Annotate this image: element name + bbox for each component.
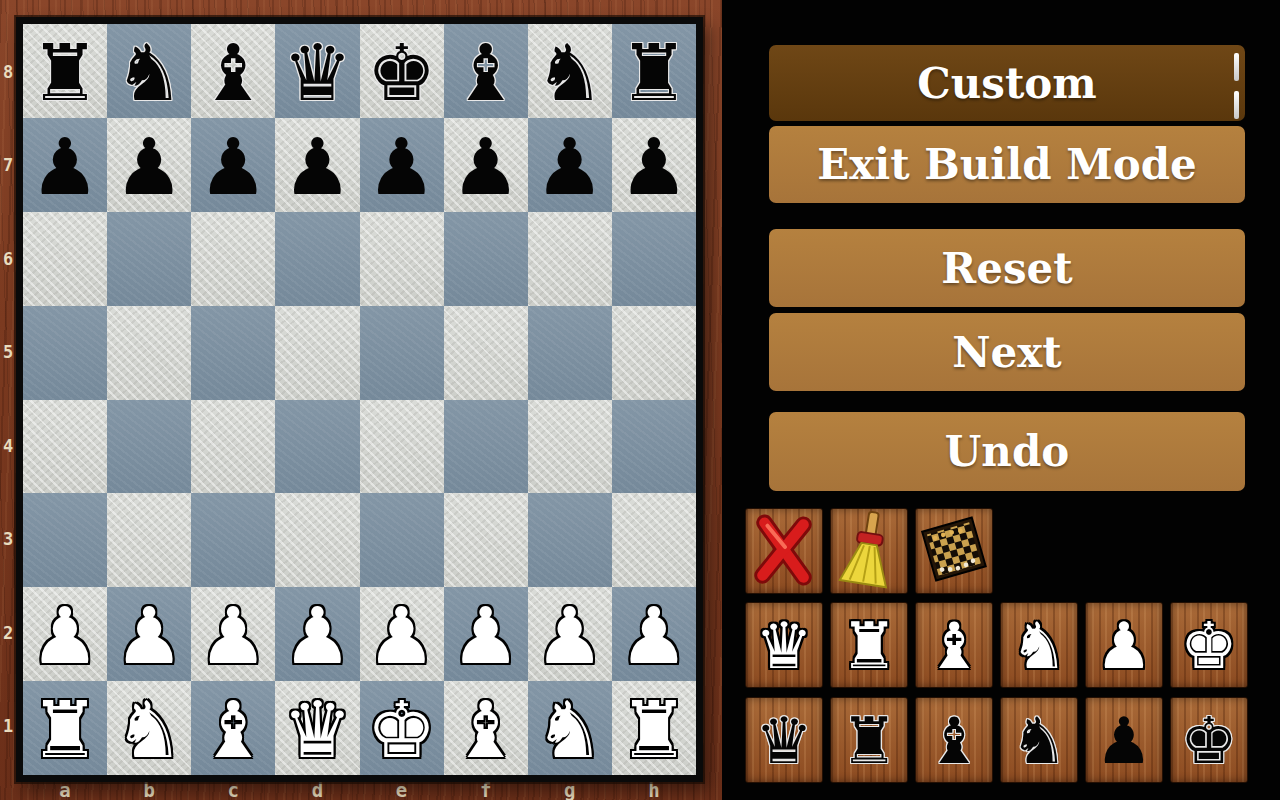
piece-black-pawn: ♟ <box>30 128 100 206</box>
square-e6[interactable] <box>360 212 444 306</box>
piece-black-queen: ♛ <box>282 34 352 112</box>
square-g6[interactable] <box>528 212 612 306</box>
palette-white-rook-button[interactable]: ♜ <box>830 602 908 688</box>
square-b1[interactable]: ♞ <box>107 681 191 775</box>
square-f8[interactable]: ♝ <box>444 24 528 118</box>
piece-black-knight: ♞ <box>114 34 184 112</box>
square-e7[interactable]: ♟ <box>360 118 444 212</box>
square-a5[interactable] <box>23 306 107 400</box>
wood-background: 87654321 abcdefgh ♜♞♝♛♚♝♞♜♟♟♟♟♟♟♟♟♟♟♟♟♟♟… <box>0 0 722 800</box>
piece-black-pawn: ♟ <box>198 128 268 206</box>
palette-black-rook-button[interactable]: ♜ <box>830 697 908 783</box>
delete-piece-tool-button[interactable] <box>745 508 823 594</box>
red-x-icon <box>746 508 822 594</box>
palette-white-king-button[interactable]: ♚ <box>1170 602 1248 688</box>
black-rook-icon: ♜ <box>840 709 897 773</box>
square-a6[interactable] <box>23 212 107 306</box>
piece-white-king: ♚ <box>367 691 437 769</box>
square-g8[interactable]: ♞ <box>528 24 612 118</box>
reset-button[interactable]: Reset <box>769 229 1245 307</box>
square-g1[interactable]: ♞ <box>528 681 612 775</box>
file-label-h: h <box>612 779 696 800</box>
exit-build-mode-label: Exit Build Mode <box>817 140 1197 189</box>
palette-black-queen-button[interactable]: ♛ <box>745 697 823 783</box>
tool-palette <box>745 508 993 594</box>
file-label-b: b <box>107 779 191 800</box>
reset-label: Reset <box>941 244 1072 293</box>
palette-black-king-button[interactable]: ♚ <box>1170 697 1248 783</box>
square-e8[interactable]: ♚ <box>360 24 444 118</box>
square-h5[interactable] <box>612 306 696 400</box>
palette-black-bishop-button[interactable]: ♝ <box>915 697 993 783</box>
square-d3[interactable] <box>275 493 359 587</box>
square-e5[interactable] <box>360 306 444 400</box>
piece-black-pawn: ♟ <box>282 128 352 206</box>
piece-black-rook: ♜ <box>30 34 100 112</box>
square-c2[interactable]: ♟ <box>191 587 275 681</box>
piece-white-pawn: ♟ <box>535 597 605 675</box>
file-label-d: d <box>275 779 359 800</box>
square-h7[interactable]: ♟ <box>612 118 696 212</box>
black-queen-icon: ♛ <box>755 709 812 773</box>
square-f1[interactable]: ♝ <box>444 681 528 775</box>
square-h6[interactable] <box>612 212 696 306</box>
next-button[interactable]: Next <box>769 313 1245 391</box>
square-d8[interactable]: ♛ <box>275 24 359 118</box>
piece-white-bishop: ♝ <box>451 691 521 769</box>
file-label-c: c <box>191 779 275 800</box>
square-a2[interactable]: ♟ <box>23 587 107 681</box>
square-b5[interactable] <box>107 306 191 400</box>
square-b4[interactable] <box>107 400 191 494</box>
square-e2[interactable]: ♟ <box>360 587 444 681</box>
custom-dropdown-label: Custom <box>917 59 1096 108</box>
square-h4[interactable] <box>612 400 696 494</box>
piece-black-rook: ♜ <box>619 34 689 112</box>
square-c3[interactable] <box>191 493 275 587</box>
piece-white-rook: ♜ <box>30 691 100 769</box>
piece-white-pawn: ♟ <box>114 597 184 675</box>
piece-white-pawn: ♟ <box>198 597 268 675</box>
square-g7[interactable]: ♟ <box>528 118 612 212</box>
piece-black-knight: ♞ <box>535 34 605 112</box>
black-bishop-icon: ♝ <box>925 709 982 773</box>
chess-board: ♜♞♝♛♚♝♞♜♟♟♟♟♟♟♟♟♟♟♟♟♟♟♟♟♜♞♝♛♚♝♞♜ <box>16 17 703 782</box>
undo-label: Undo <box>945 427 1070 476</box>
piece-white-pawn: ♟ <box>282 597 352 675</box>
piece-white-bishop: ♝ <box>198 691 268 769</box>
rank-label-2: 2 <box>0 586 16 680</box>
piece-white-knight: ♞ <box>114 691 184 769</box>
file-label-g: g <box>528 779 612 800</box>
rank-label-5: 5 <box>0 306 16 400</box>
square-e1[interactable]: ♚ <box>360 681 444 775</box>
piece-white-pawn: ♟ <box>451 597 521 675</box>
square-c8[interactable]: ♝ <box>191 24 275 118</box>
piece-black-bishop: ♝ <box>198 34 268 112</box>
square-c5[interactable] <box>191 306 275 400</box>
square-g4[interactable] <box>528 400 612 494</box>
square-d1[interactable]: ♛ <box>275 681 359 775</box>
piece-black-pawn: ♟ <box>367 128 437 206</box>
square-f4[interactable] <box>444 400 528 494</box>
custom-scrollbar-upper[interactable] <box>1234 53 1239 81</box>
square-a3[interactable] <box>23 493 107 587</box>
custom-dropdown[interactable]: Custom <box>769 45 1245 121</box>
broom-icon <box>831 508 907 594</box>
piece-white-knight: ♞ <box>535 691 605 769</box>
square-c6[interactable] <box>191 212 275 306</box>
square-g5[interactable] <box>528 306 612 400</box>
square-c7[interactable]: ♟ <box>191 118 275 212</box>
palette-white-pawn-button[interactable]: ♟ <box>1085 602 1163 688</box>
white-king-icon: ♚ <box>1180 614 1237 678</box>
rank-label-3: 3 <box>0 493 16 587</box>
square-c1[interactable]: ♝ <box>191 681 275 775</box>
square-d4[interactable] <box>275 400 359 494</box>
rank-label-4: 4 <box>0 399 16 493</box>
square-g3[interactable] <box>528 493 612 587</box>
piece-black-pawn: ♟ <box>451 128 521 206</box>
file-label-f: f <box>444 779 528 800</box>
rank-label-1: 1 <box>0 680 16 774</box>
square-h3[interactable] <box>612 493 696 587</box>
palette-white-bishop-button[interactable]: ♝ <box>915 602 993 688</box>
piece-black-king: ♚ <box>367 34 437 112</box>
square-a4[interactable] <box>23 400 107 494</box>
square-b3[interactable] <box>107 493 191 587</box>
piece-black-pawn: ♟ <box>114 128 184 206</box>
square-h2[interactable]: ♟ <box>612 587 696 681</box>
rank-labels: 87654321 <box>0 25 16 773</box>
black-knight-icon: ♞ <box>1010 709 1067 773</box>
piece-white-pawn: ♟ <box>367 597 437 675</box>
square-f5[interactable] <box>444 306 528 400</box>
palette-white-knight-button[interactable]: ♞ <box>1000 602 1078 688</box>
square-g2[interactable]: ♟ <box>528 587 612 681</box>
square-b6[interactable] <box>107 212 191 306</box>
square-d6[interactable] <box>275 212 359 306</box>
square-h8[interactable]: ♜ <box>612 24 696 118</box>
file-label-e: e <box>360 779 444 800</box>
clear-board-tool-button[interactable] <box>830 508 908 594</box>
square-d5[interactable] <box>275 306 359 400</box>
piece-white-rook: ♜ <box>619 691 689 769</box>
white-queen-icon: ♛ <box>755 614 812 678</box>
piece-white-pawn: ♟ <box>30 597 100 675</box>
square-h1[interactable]: ♜ <box>612 681 696 775</box>
palette-black-knight-button[interactable]: ♞ <box>1000 697 1078 783</box>
start-position-tool-button[interactable] <box>915 508 993 594</box>
white-bishop-icon: ♝ <box>925 614 982 678</box>
piece-black-bishop: ♝ <box>451 34 521 112</box>
square-a1[interactable]: ♜ <box>23 681 107 775</box>
piece-black-pawn: ♟ <box>619 128 689 206</box>
palette-black-pawn-button[interactable]: ♟ <box>1085 697 1163 783</box>
square-b2[interactable]: ♟ <box>107 587 191 681</box>
square-d7[interactable]: ♟ <box>275 118 359 212</box>
board-grid: ♜♞♝♛♚♝♞♜♟♟♟♟♟♟♟♟♟♟♟♟♟♟♟♟♜♞♝♛♚♝♞♜ <box>23 24 696 775</box>
palette-white-queen-button[interactable]: ♛ <box>745 602 823 688</box>
square-c4[interactable] <box>191 400 275 494</box>
black-pawn-icon: ♟ <box>1095 709 1152 773</box>
exit-build-mode-button[interactable]: Exit Build Mode <box>769 126 1245 203</box>
white-rook-icon: ♜ <box>840 614 897 678</box>
rank-label-6: 6 <box>0 212 16 306</box>
square-d2[interactable]: ♟ <box>275 587 359 681</box>
square-f7[interactable]: ♟ <box>444 118 528 212</box>
square-a8[interactable]: ♜ <box>23 24 107 118</box>
piece-white-pawn: ♟ <box>619 597 689 675</box>
white-piece-palette: ♛♜♝♞♟♚ <box>745 602 1248 688</box>
white-knight-icon: ♞ <box>1010 614 1067 678</box>
square-b7[interactable]: ♟ <box>107 118 191 212</box>
undo-button[interactable]: Undo <box>769 412 1245 491</box>
square-f2[interactable]: ♟ <box>444 587 528 681</box>
chess-board-builder-screen: 87654321 abcdefgh ♜♞♝♛♚♝♞♜♟♟♟♟♟♟♟♟♟♟♟♟♟♟… <box>0 0 1280 800</box>
rank-label-8: 8 <box>0 25 16 119</box>
mini-chessboard-icon <box>916 508 992 594</box>
file-label-a: a <box>23 779 107 800</box>
custom-scrollbar-lower[interactable] <box>1234 91 1239 119</box>
piece-white-queen: ♛ <box>282 691 352 769</box>
square-e4[interactable] <box>360 400 444 494</box>
square-f6[interactable] <box>444 212 528 306</box>
black-piece-palette: ♛♜♝♞♟♚ <box>745 697 1248 783</box>
square-e3[interactable] <box>360 493 444 587</box>
next-label: Next <box>952 328 1062 377</box>
piece-black-pawn: ♟ <box>535 128 605 206</box>
black-king-icon: ♚ <box>1180 709 1237 773</box>
rank-label-7: 7 <box>0 119 16 213</box>
square-a7[interactable]: ♟ <box>23 118 107 212</box>
file-labels: abcdefgh <box>23 779 696 800</box>
control-panel: Custom Exit Build Mode Reset Next Undo <box>722 0 1280 800</box>
square-b8[interactable]: ♞ <box>107 24 191 118</box>
square-f3[interactable] <box>444 493 528 587</box>
white-pawn-icon: ♟ <box>1095 614 1152 678</box>
